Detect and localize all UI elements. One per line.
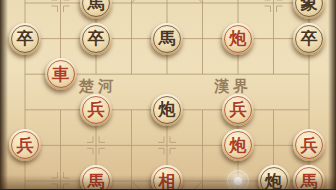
piece-glyph: 兵 [230,101,247,118]
piece-glyph: 炮 [230,137,247,154]
piece-red-elephant[interactable]: 相 [151,165,183,189]
piece-black-cannon[interactable]: 炮 [258,165,290,189]
piece-black-elephant[interactable]: 象 [293,0,325,19]
piece-glyph: 卒 [301,30,318,47]
piece-glyph: 炮 [159,101,176,118]
piece-glyph: 兵 [301,137,318,154]
piece-glyph: 炮 [230,30,247,47]
piece-red-cannon[interactable]: 炮 [222,129,254,161]
piece-red-horse[interactable]: 馬 [293,165,325,189]
piece-glyph: 象 [301,0,318,12]
piece-glyph: 車 [52,66,69,83]
piece-black-soldier[interactable]: 卒 [80,23,112,55]
piece-red-chariot[interactable]: 車 [45,58,77,90]
piece-glyph: 馬 [88,0,105,12]
piece-black-cannon[interactable]: 炮 [151,94,183,126]
piece-black-horse[interactable]: 馬 [151,23,183,55]
piece-glyph: 兵 [17,137,34,154]
piece-glyph: 馬 [301,173,318,190]
piece-red-soldier[interactable]: 兵 [9,129,41,161]
xiangqi-board: 楚河 漢界 馬象卒卒馬炮卒車兵炮兵兵炮兵馬相炮馬 [0,0,336,189]
move-hint-dot-core [234,177,242,185]
piece-red-soldier[interactable]: 兵 [293,129,325,161]
piece-red-soldier[interactable]: 兵 [80,94,112,126]
piece-red-soldier[interactable]: 兵 [222,94,254,126]
piece-glyph: 兵 [88,101,105,118]
piece-glyph: 相 [159,173,176,190]
piece-glyph: 卒 [17,30,34,47]
pieces-layer: 馬象卒卒馬炮卒車兵炮兵兵炮兵馬相炮馬 [0,0,336,189]
piece-glyph: 馬 [159,30,176,47]
piece-black-soldier[interactable]: 卒 [293,23,325,55]
piece-glyph: 炮 [265,173,282,190]
piece-glyph: 馬 [88,173,105,190]
piece-red-horse[interactable]: 馬 [80,165,112,189]
piece-black-horse[interactable]: 馬 [80,0,112,19]
piece-black-soldier[interactable]: 卒 [9,23,41,55]
piece-glyph: 卒 [88,30,105,47]
move-hint-dot[interactable] [227,170,249,189]
piece-red-cannon[interactable]: 炮 [222,23,254,55]
